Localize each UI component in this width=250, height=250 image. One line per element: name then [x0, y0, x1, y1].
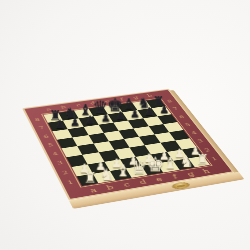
black-pawn-icon: ♟	[115, 111, 125, 122]
white-rook-icon: ♜	[83, 171, 96, 186]
black-pawn-icon: ♟	[100, 113, 110, 124]
white-bishop-icon: ♝	[164, 156, 179, 172]
black-pawn-icon: ♟	[70, 117, 80, 128]
black-pawn-icon: ♟	[145, 107, 155, 118]
piece-white-rook-a1: ♜	[77, 174, 99, 187]
black-pawn-icon: ♟	[159, 105, 169, 116]
white-king-icon: ♚	[146, 155, 164, 175]
white-knight-icon: ♞	[180, 154, 194, 169]
chess-set-product-photo: abcdefghabcdefgh8765432187654321 ♜♞♝♛♚♝♞…	[0, 0, 250, 250]
white-rook-icon: ♜	[196, 153, 209, 167]
piece-black-pawn-a7: ♟	[48, 121, 68, 131]
black-pawn-icon: ♟	[130, 109, 140, 120]
white-knight-icon: ♞	[100, 167, 114, 183]
black-pawn-icon: ♟	[85, 115, 95, 126]
black-pawn-icon: ♟	[55, 119, 65, 130]
brass-clasp	[171, 182, 190, 190]
white-bishop-icon: ♝	[115, 163, 130, 180]
white-queen-icon: ♛	[130, 158, 147, 177]
